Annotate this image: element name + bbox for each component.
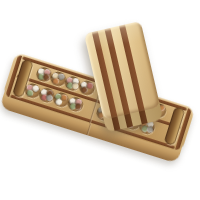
gem-stone-green bbox=[27, 89, 33, 96]
gem-stone-brown bbox=[75, 103, 82, 109]
gem-stone-gray bbox=[58, 73, 65, 80]
gem-stone-white bbox=[32, 85, 40, 93]
product-photo-scene bbox=[0, 0, 200, 200]
gem-stone-amber bbox=[62, 95, 68, 101]
gem-stone-gray bbox=[146, 126, 153, 133]
gem-stone-rose bbox=[87, 82, 94, 89]
gem-stone-cream bbox=[72, 83, 79, 89]
